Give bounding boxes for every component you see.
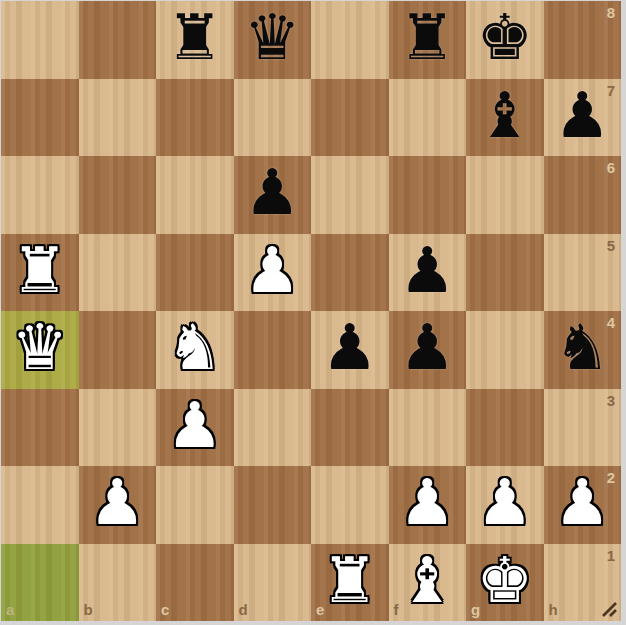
black-pawn[interactable]: ♟ [399, 232, 455, 310]
square-c6[interactable] [156, 156, 234, 234]
square-g8[interactable]: ♚ [466, 1, 544, 79]
square-e2[interactable] [311, 466, 389, 544]
square-b2[interactable]: ♟ [79, 466, 157, 544]
square-d7[interactable] [234, 79, 312, 157]
white-bishop[interactable]: ♝ [399, 542, 455, 620]
file-label-c: c [161, 602, 169, 617]
square-e5[interactable] [311, 234, 389, 312]
square-b8[interactable] [79, 1, 157, 79]
square-f4[interactable]: ♟ [389, 311, 467, 389]
square-f6[interactable] [389, 156, 467, 234]
file-label-a: a [6, 602, 14, 617]
square-c1[interactable]: c [156, 544, 234, 622]
file-label-h: h [549, 602, 558, 617]
square-g7[interactable]: ♝ [466, 79, 544, 157]
square-a4[interactable]: ♛ [1, 311, 79, 389]
square-c2[interactable] [156, 466, 234, 544]
rank-label-5: 5 [607, 238, 615, 253]
square-a5[interactable]: ♜ [1, 234, 79, 312]
square-d1[interactable]: d [234, 544, 312, 622]
square-f3[interactable] [389, 389, 467, 467]
chess-board: ♜♛♜♚8♝7♟♟6♜♟♟5♛♞♟♟4♞♟3♟♟♟2♟abcde♜f♝g♚h1 [1, 1, 621, 621]
square-d2[interactable] [234, 466, 312, 544]
square-e6[interactable] [311, 156, 389, 234]
black-bishop[interactable]: ♝ [477, 77, 533, 155]
black-rook[interactable]: ♜ [167, 0, 223, 77]
white-rook[interactable]: ♜ [12, 232, 68, 310]
square-e8[interactable] [311, 1, 389, 79]
square-a8[interactable] [1, 1, 79, 79]
square-c4[interactable]: ♞ [156, 311, 234, 389]
square-b7[interactable] [79, 79, 157, 157]
square-f8[interactable]: ♜ [389, 1, 467, 79]
rank-label-8: 8 [607, 5, 615, 20]
black-rook[interactable]: ♜ [399, 0, 455, 77]
file-label-b: b [84, 602, 93, 617]
square-a3[interactable] [1, 389, 79, 467]
black-pawn[interactable]: ♟ [399, 309, 455, 387]
square-b1[interactable]: b [79, 544, 157, 622]
rank-label-6: 6 [607, 160, 615, 175]
file-label-d: d [239, 602, 248, 617]
white-pawn[interactable]: ♟ [244, 232, 300, 310]
square-d5[interactable]: ♟ [234, 234, 312, 312]
square-g3[interactable] [466, 389, 544, 467]
black-pawn[interactable]: ♟ [554, 77, 610, 155]
white-queen[interactable]: ♛ [12, 309, 68, 387]
white-rook[interactable]: ♜ [322, 542, 378, 620]
white-pawn[interactable]: ♟ [554, 464, 610, 542]
square-d3[interactable] [234, 389, 312, 467]
square-c5[interactable] [156, 234, 234, 312]
square-g5[interactable] [466, 234, 544, 312]
square-d6[interactable]: ♟ [234, 156, 312, 234]
square-b3[interactable] [79, 389, 157, 467]
board-grid: ♜♛♜♚8♝7♟♟6♜♟♟5♛♞♟♟4♞♟3♟♟♟2♟abcde♜f♝g♚h1 [1, 1, 621, 621]
square-g6[interactable] [466, 156, 544, 234]
square-e3[interactable] [311, 389, 389, 467]
white-pawn[interactable]: ♟ [89, 464, 145, 542]
square-c7[interactable] [156, 79, 234, 157]
square-f1[interactable]: f♝ [389, 544, 467, 622]
square-a7[interactable] [1, 79, 79, 157]
black-pawn[interactable]: ♟ [244, 154, 300, 232]
square-g1[interactable]: g♚ [466, 544, 544, 622]
square-g2[interactable]: ♟ [466, 466, 544, 544]
white-pawn[interactable]: ♟ [399, 464, 455, 542]
square-h3[interactable]: 3 [544, 389, 622, 467]
square-c8[interactable]: ♜ [156, 1, 234, 79]
square-f7[interactable] [389, 79, 467, 157]
black-pawn[interactable]: ♟ [322, 309, 378, 387]
square-h7[interactable]: 7♟ [544, 79, 622, 157]
rank-label-1: 1 [607, 548, 615, 563]
square-e1[interactable]: e♜ [311, 544, 389, 622]
square-a6[interactable] [1, 156, 79, 234]
white-pawn[interactable]: ♟ [167, 387, 223, 465]
square-f5[interactable]: ♟ [389, 234, 467, 312]
square-f2[interactable]: ♟ [389, 466, 467, 544]
square-e4[interactable]: ♟ [311, 311, 389, 389]
black-king[interactable]: ♚ [477, 0, 533, 77]
square-h2[interactable]: 2♟ [544, 466, 622, 544]
black-knight[interactable]: ♞ [554, 309, 610, 387]
rank-label-3: 3 [607, 393, 615, 408]
square-b5[interactable] [79, 234, 157, 312]
white-king[interactable]: ♚ [477, 542, 533, 620]
square-h6[interactable]: 6 [544, 156, 622, 234]
square-b6[interactable] [79, 156, 157, 234]
square-h5[interactable]: 5 [544, 234, 622, 312]
black-queen[interactable]: ♛ [244, 0, 300, 77]
square-a1[interactable]: a [1, 544, 79, 622]
white-pawn[interactable]: ♟ [477, 464, 533, 542]
white-knight[interactable]: ♞ [167, 309, 223, 387]
square-b4[interactable] [79, 311, 157, 389]
square-g4[interactable] [466, 311, 544, 389]
square-h4[interactable]: 4♞ [544, 311, 622, 389]
square-c3[interactable]: ♟ [156, 389, 234, 467]
resize-handle-icon[interactable] [596, 596, 618, 618]
file-label-f: f [394, 602, 399, 617]
square-a2[interactable] [1, 466, 79, 544]
square-e7[interactable] [311, 79, 389, 157]
square-h8[interactable]: 8 [544, 1, 622, 79]
square-d8[interactable]: ♛ [234, 1, 312, 79]
square-d4[interactable] [234, 311, 312, 389]
